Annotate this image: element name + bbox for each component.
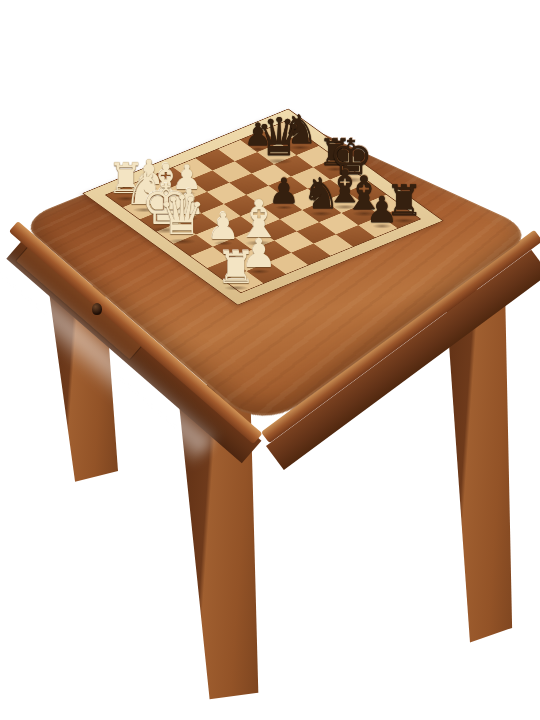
- black-pawn-icon: ♟: [366, 192, 398, 228]
- piece-white-queen-d1[interactable]: ♛: [158, 189, 206, 243]
- piece-black-queen-b7[interactable]: ♛: [256, 111, 303, 163]
- piece-black-knight-f6[interactable]: ♞: [302, 173, 340, 215]
- white-pawn-icon: ♟: [206, 208, 239, 245]
- black-queen-icon: ♛: [256, 111, 303, 163]
- white-rook-icon: ♜: [216, 245, 256, 290]
- product-photo-stage: ♞♟♛♜♚♟♟♜♝♝♟♞♞♝♟♜♟♚♛♝♟♟♜: [0, 0, 540, 720]
- piece-white-pawn-e2[interactable]: ♟: [206, 208, 239, 245]
- piece-black-pawn-h7[interactable]: ♟: [366, 192, 398, 228]
- drawer-knob[interactable]: [92, 303, 102, 315]
- white-queen-icon: ♛: [158, 189, 206, 243]
- piece-white-rook-g1[interactable]: ♜: [216, 245, 256, 290]
- black-knight-icon: ♞: [302, 173, 340, 215]
